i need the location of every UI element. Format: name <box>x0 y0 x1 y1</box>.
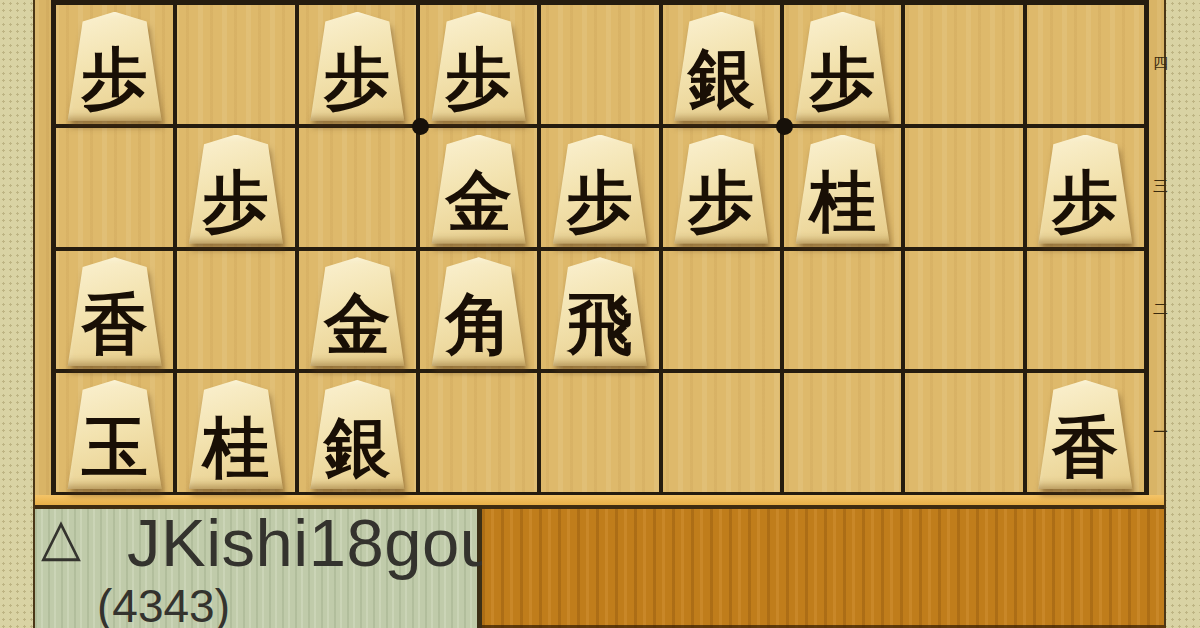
piece-body: 飛 <box>550 257 650 366</box>
rank-label-3: 三 <box>1153 177 1168 195</box>
piece-body: 金 <box>429 135 529 244</box>
rank-label-4: 四 <box>1153 54 1168 72</box>
bottom-player-rating: (4343) <box>97 583 230 628</box>
cell-8一[interactable] <box>903 371 1024 494</box>
piece-body: 銀 <box>671 12 771 121</box>
piece-kanji: 香 <box>1052 405 1118 489</box>
shogi-piece-1四[interactable]: 歩 <box>65 12 165 121</box>
piece-kanji: 歩 <box>1052 159 1118 243</box>
cell-1二[interactable]: 香 <box>54 249 175 372</box>
cell-1四[interactable]: 歩 <box>54 3 175 126</box>
cell-7三[interactable]: 桂 <box>782 126 903 249</box>
shogi-piece-1一[interactable]: 玉 <box>65 380 165 489</box>
cell-9三[interactable]: 歩 <box>1025 126 1146 249</box>
piece-body: 歩 <box>186 135 286 244</box>
shogi-piece-2一[interactable]: 桂 <box>186 380 286 489</box>
cell-1三[interactable] <box>54 126 175 249</box>
piece-body: 桂 <box>186 380 286 489</box>
piece-kanji: 桂 <box>810 159 876 243</box>
cell-5三[interactable]: 歩 <box>539 126 660 249</box>
piece-kanji: 歩 <box>324 36 390 120</box>
piece-body: 歩 <box>550 135 650 244</box>
piece-body: 角 <box>429 257 529 366</box>
cell-1一[interactable]: 玉 <box>54 371 175 494</box>
piece-kanji: 桂 <box>203 405 269 489</box>
shogi-piece-6三[interactable]: 歩 <box>671 135 771 244</box>
piece-body: 香 <box>1035 380 1135 489</box>
cell-8三[interactable] <box>903 126 1024 249</box>
cell-5二[interactable]: 飛 <box>539 249 660 372</box>
piece-body: 歩 <box>671 135 771 244</box>
cell-3二[interactable]: 金 <box>297 249 418 372</box>
cell-2四[interactable] <box>175 3 296 126</box>
cell-9二[interactable] <box>1025 249 1146 372</box>
shogi-piece-4三[interactable]: 金 <box>429 135 529 244</box>
shogi-piece-3四[interactable]: 歩 <box>307 12 407 121</box>
shogi-piece-3一[interactable]: 銀 <box>307 380 407 489</box>
cell-3一[interactable]: 銀 <box>297 371 418 494</box>
shogi-piece-4四[interactable]: 歩 <box>429 12 529 121</box>
cell-8四[interactable] <box>903 3 1024 126</box>
piece-body: 桂 <box>793 135 893 244</box>
shogi-piece-6四[interactable]: 銀 <box>671 12 771 121</box>
shogi-piece-9一[interactable]: 香 <box>1035 380 1135 489</box>
cell-8二[interactable] <box>903 249 1024 372</box>
piece-kanji: 金 <box>324 282 390 366</box>
cell-2三[interactable]: 歩 <box>175 126 296 249</box>
piece-body: 銀 <box>307 380 407 489</box>
piece-kanji: 飛 <box>567 282 633 366</box>
piece-kanji: 歩 <box>203 159 269 243</box>
shogi-board-panel: 歩歩歩銀歩歩金歩歩桂歩香金角飛玉桂銀香 四 三 二 一 <box>33 0 1166 509</box>
cell-7二[interactable] <box>782 249 903 372</box>
shogi-piece-3二[interactable]: 金 <box>307 257 407 366</box>
cell-5一[interactable] <box>539 371 660 494</box>
piece-kanji: 角 <box>446 282 512 366</box>
shogi-board: 歩歩歩銀歩歩金歩歩桂歩香金角飛玉桂銀香 <box>51 0 1149 497</box>
cell-9四[interactable] <box>1025 3 1146 126</box>
shogi-piece-5二[interactable]: 飛 <box>550 257 650 366</box>
piece-body: 歩 <box>793 12 893 121</box>
rank-label-1: 一 <box>1153 423 1168 441</box>
piece-kanji: 香 <box>82 282 148 366</box>
shogi-piece-9三[interactable]: 歩 <box>1035 135 1135 244</box>
shogi-piece-7三[interactable]: 桂 <box>793 135 893 244</box>
cell-7一[interactable] <box>782 371 903 494</box>
cell-3三[interactable] <box>297 126 418 249</box>
piece-kanji: 歩 <box>688 159 754 243</box>
cell-6四[interactable]: 銀 <box>661 3 782 126</box>
piece-kanji: 銀 <box>688 36 754 120</box>
cell-6二[interactable] <box>661 249 782 372</box>
cell-5四[interactable] <box>539 3 660 126</box>
gote-triangle-mark: △ <box>41 511 81 563</box>
bottom-player-nameplate: △ JKishi18gou (4343) <box>33 509 482 628</box>
shogi-piece-2三[interactable]: 歩 <box>186 135 286 244</box>
piece-body: 歩 <box>307 12 407 121</box>
piece-body: 玉 <box>65 380 165 489</box>
piece-kanji: 金 <box>446 159 512 243</box>
shogi-piece-7四[interactable]: 歩 <box>793 12 893 121</box>
piece-body: 歩 <box>1035 135 1135 244</box>
piece-body: 金 <box>307 257 407 366</box>
cell-3四[interactable]: 歩 <box>297 3 418 126</box>
piece-body: 歩 <box>429 12 529 121</box>
piece-kanji: 玉 <box>82 405 148 489</box>
piece-kanji: 歩 <box>446 36 512 120</box>
hoshi-dot-right <box>776 118 793 135</box>
hoshi-dot-left <box>412 118 429 135</box>
cell-4一[interactable] <box>418 371 539 494</box>
cell-2一[interactable]: 桂 <box>175 371 296 494</box>
side-wood-panel <box>482 509 1166 628</box>
bottom-player-name: JKishi18gou <box>127 509 498 576</box>
cell-6三[interactable]: 歩 <box>661 126 782 249</box>
piece-body: 歩 <box>65 12 165 121</box>
piece-kanji: 歩 <box>567 159 633 243</box>
cell-4四[interactable]: 歩 <box>418 3 539 126</box>
cell-9一[interactable]: 香 <box>1025 371 1146 494</box>
piece-kanji: 銀 <box>324 405 390 489</box>
cell-4二[interactable]: 角 <box>418 249 539 372</box>
cell-7四[interactable]: 歩 <box>782 3 903 126</box>
piece-kanji: 歩 <box>82 36 148 120</box>
cell-6一[interactable] <box>661 371 782 494</box>
piece-body: 香 <box>65 257 165 366</box>
shogi-piece-4二[interactable]: 角 <box>429 257 529 366</box>
piece-kanji: 歩 <box>810 36 876 120</box>
rank-label-2: 二 <box>1153 300 1168 318</box>
shogi-piece-5三[interactable]: 歩 <box>550 135 650 244</box>
cell-2二[interactable] <box>175 249 296 372</box>
cell-4三[interactable]: 金 <box>418 126 539 249</box>
shogi-piece-1二[interactable]: 香 <box>65 257 165 366</box>
shogi-app-screen: 歩歩歩銀歩歩金歩歩桂歩香金角飛玉桂銀香 四 三 二 一 △ JKishi18go… <box>0 0 1200 628</box>
